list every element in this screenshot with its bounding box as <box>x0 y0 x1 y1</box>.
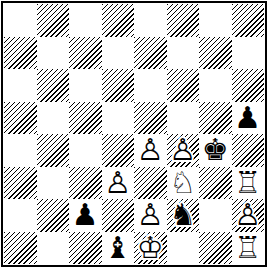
square-d5[interactable] <box>102 102 135 135</box>
white-pawn-icon: ♙ <box>137 135 164 165</box>
square-g1[interactable] <box>199 232 232 265</box>
square-f2[interactable]: ♞♞ <box>167 199 200 232</box>
square-d7[interactable] <box>102 37 135 70</box>
square-e3[interactable] <box>134 167 167 200</box>
square-f3[interactable]: ♞♘ <box>167 167 200 200</box>
square-c1[interactable] <box>69 232 102 265</box>
square-e8[interactable] <box>134 4 167 37</box>
square-a2[interactable] <box>4 199 37 232</box>
square-c4[interactable] <box>69 134 102 167</box>
white-pawn-h2: ♟♙ <box>232 199 265 232</box>
square-e1[interactable]: ♚♔ <box>134 232 167 265</box>
square-b6[interactable] <box>37 69 70 102</box>
white-rook-h3: ♜♖ <box>232 167 265 200</box>
white-knight-f3: ♞♘ <box>167 167 200 200</box>
square-g4[interactable]: ♚♚ <box>199 134 232 167</box>
square-b3[interactable] <box>37 167 70 200</box>
square-g7[interactable] <box>199 37 232 70</box>
square-e2[interactable]: ♟♙ <box>134 199 167 232</box>
square-e7[interactable] <box>134 37 167 70</box>
square-d6[interactable] <box>102 69 135 102</box>
white-pawn-icon: ♙ <box>104 168 131 198</box>
square-a6[interactable] <box>4 69 37 102</box>
square-h7[interactable] <box>232 37 265 70</box>
square-f6[interactable] <box>167 69 200 102</box>
black-pawn-c2: ♟♟ <box>69 199 102 232</box>
white-pawn-e4: ♟♙ <box>134 134 167 167</box>
white-pawn-icon: ♙ <box>169 135 196 165</box>
square-f4[interactable]: ♟♙ <box>167 134 200 167</box>
square-d8[interactable] <box>102 4 135 37</box>
square-a4[interactable] <box>4 134 37 167</box>
square-f8[interactable] <box>167 4 200 37</box>
square-g5[interactable] <box>199 102 232 135</box>
square-g2[interactable] <box>199 199 232 232</box>
square-h6[interactable] <box>232 69 265 102</box>
white-pawn-f4: ♟♙ <box>167 134 200 167</box>
square-c6[interactable] <box>69 69 102 102</box>
black-pawn-icon: ♟ <box>72 200 99 230</box>
square-b8[interactable] <box>37 4 70 37</box>
square-d2[interactable] <box>102 199 135 232</box>
square-h2[interactable]: ♟♙ <box>232 199 265 232</box>
square-e6[interactable] <box>134 69 167 102</box>
board-frame: ♟♟♟♙♟♙♚♚♟♙♞♘♜♖♟♟♟♙♞♞♟♙♝♝♚♔♜♖ <box>1 1 267 267</box>
black-bishop-d1: ♝♝ <box>102 232 135 265</box>
square-h3[interactable]: ♜♖ <box>232 167 265 200</box>
square-c5[interactable] <box>69 102 102 135</box>
square-a1[interactable] <box>4 232 37 265</box>
square-e5[interactable] <box>134 102 167 135</box>
square-a8[interactable] <box>4 4 37 37</box>
square-h8[interactable] <box>232 4 265 37</box>
white-pawn-icon: ♙ <box>137 200 164 230</box>
square-c8[interactable] <box>69 4 102 37</box>
square-g3[interactable] <box>199 167 232 200</box>
square-d3[interactable]: ♟♙ <box>102 167 135 200</box>
white-pawn-d3: ♟♙ <box>102 167 135 200</box>
square-d4[interactable] <box>102 134 135 167</box>
square-c3[interactable] <box>69 167 102 200</box>
square-a5[interactable] <box>4 102 37 135</box>
square-e4[interactable]: ♟♙ <box>134 134 167 167</box>
square-f5[interactable] <box>167 102 200 135</box>
square-b7[interactable] <box>37 37 70 70</box>
black-king-icon: ♚ <box>202 135 229 165</box>
square-h1[interactable]: ♜♖ <box>232 232 265 265</box>
white-king-e1: ♚♔ <box>134 232 167 265</box>
square-g8[interactable] <box>199 4 232 37</box>
white-king-icon: ♔ <box>137 233 164 263</box>
square-c7[interactable] <box>69 37 102 70</box>
white-rook-icon: ♖ <box>234 168 261 198</box>
square-b1[interactable] <box>37 232 70 265</box>
black-king-g4: ♚♚ <box>199 134 232 167</box>
chess-board: ♟♟♟♙♟♙♚♚♟♙♞♘♜♖♟♟♟♙♞♞♟♙♝♝♚♔♜♖ <box>4 4 264 264</box>
square-h5[interactable]: ♟♟ <box>232 102 265 135</box>
black-pawn-h5: ♟♟ <box>232 102 265 135</box>
white-pawn-icon: ♙ <box>234 200 261 230</box>
black-pawn-icon: ♟ <box>234 103 261 133</box>
square-b5[interactable] <box>37 102 70 135</box>
white-pawn-e2: ♟♙ <box>134 199 167 232</box>
black-knight-f2: ♞♞ <box>167 199 200 232</box>
white-knight-icon: ♘ <box>169 168 196 198</box>
square-f7[interactable] <box>167 37 200 70</box>
square-c2[interactable]: ♟♟ <box>69 199 102 232</box>
black-bishop-icon: ♝ <box>104 233 131 263</box>
square-a7[interactable] <box>4 37 37 70</box>
square-b4[interactable] <box>37 134 70 167</box>
square-g6[interactable] <box>199 69 232 102</box>
square-d1[interactable]: ♝♝ <box>102 232 135 265</box>
white-rook-icon: ♖ <box>234 233 261 263</box>
square-h4[interactable] <box>232 134 265 167</box>
square-f1[interactable] <box>167 232 200 265</box>
square-a3[interactable] <box>4 167 37 200</box>
white-rook-h1: ♜♖ <box>232 232 265 265</box>
square-b2[interactable] <box>37 199 70 232</box>
black-knight-icon: ♞ <box>169 200 196 230</box>
